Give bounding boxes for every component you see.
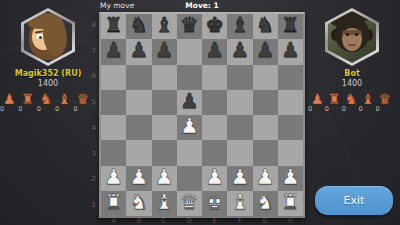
board-cell-h2[interactable]: ♟ (278, 166, 303, 191)
white-rook-piece: ♜ (104, 192, 123, 213)
avatar-left (21, 8, 75, 66)
board-cell-f5[interactable] (227, 90, 252, 115)
white-pawn-piece: ♟ (129, 167, 148, 188)
black-knight-piece: ♞ (129, 15, 148, 36)
white-bishop-piece: ♝ (230, 192, 249, 213)
board-cell-d7[interactable] (177, 39, 202, 64)
player-card-right: Bot 1400 (304, 8, 400, 88)
capture-count-badge: 0 (359, 106, 363, 113)
board-cell-c3[interactable] (152, 140, 177, 165)
board-cell-d1[interactable]: ♛ (177, 191, 202, 216)
capture-count-badge: 0 (325, 106, 329, 113)
capture-count-badge: 0 (73, 106, 77, 113)
board-cell-f4[interactable] (227, 115, 252, 140)
board-cell-d8[interactable]: ♛ (177, 14, 202, 39)
board-cell-a8[interactable]: ♜ (101, 14, 126, 39)
captured-rook-left: ♜0 (21, 92, 34, 106)
captured-tray-right: ♟0♜0♞0♝0♛0 (311, 92, 391, 106)
board-cell-g5[interactable] (253, 90, 278, 115)
board-cell-h8[interactable]: ♜ (278, 14, 303, 39)
board-cell-h1[interactable]: ♜ (278, 191, 303, 216)
captured-pawn-right: ♟0 (311, 92, 324, 106)
file-label-g: G (253, 217, 278, 225)
file-label-h: H (278, 217, 303, 225)
board-cell-b1[interactable]: ♞ (126, 191, 151, 216)
white-queen-piece: ♛ (180, 192, 199, 213)
board-cell-e8[interactable]: ♚ (202, 14, 227, 39)
black-pawn-piece: ♟ (281, 40, 300, 61)
board-cell-h7[interactable]: ♟ (278, 39, 303, 64)
board-cell-f1[interactable]: ♝ (227, 191, 252, 216)
board-cell-d6[interactable] (177, 65, 202, 90)
game-screen: My move Move: 1 87654321 ♜♞♝♛♚♝♞♜♟♟♟♟♟♟♟… (0, 0, 400, 225)
captured-rook-right: ♜0 (328, 92, 341, 106)
board-cell-g1[interactable]: ♞ (253, 191, 278, 216)
rank-label-3: 3 (84, 141, 96, 167)
black-king-piece: ♚ (205, 15, 224, 36)
capture-count-badge: 0 (308, 106, 312, 113)
board-cell-a5[interactable] (101, 90, 126, 115)
board-cell-c1[interactable]: ♝ (152, 191, 177, 216)
board-cell-g8[interactable]: ♞ (253, 14, 278, 39)
black-pawn-piece: ♟ (104, 40, 123, 61)
board-cell-g2[interactable]: ♟ (253, 166, 278, 191)
board-cell-e7[interactable]: ♟ (202, 39, 227, 64)
player-rating-right: 1400 (304, 79, 400, 88)
board-cell-c8[interactable]: ♝ (152, 14, 177, 39)
black-rook-piece: ♜ (104, 15, 123, 36)
black-pawn-piece: ♟ (129, 40, 148, 61)
captured-bishop-right: ♝0 (362, 92, 375, 106)
board-cell-a1[interactable]: ♜ (101, 191, 126, 216)
white-pawn-piece: ♟ (180, 116, 199, 137)
white-rook-piece: ♜ (281, 192, 300, 213)
player-rating-left: 1400 (0, 79, 96, 88)
board-cell-a4[interactable] (101, 115, 126, 140)
black-pawn-piece: ♟ (230, 40, 249, 61)
black-rook-piece: ♜ (281, 15, 300, 36)
white-pawn-piece: ♟ (256, 167, 275, 188)
board-cell-c6[interactable] (152, 65, 177, 90)
board-cell-b2[interactable]: ♟ (126, 166, 151, 191)
board-cell-b5[interactable] (126, 90, 151, 115)
captured-queen-left: ♛0 (76, 92, 89, 106)
black-queen-piece: ♛ (180, 15, 199, 36)
exit-button[interactable]: Exit (315, 186, 393, 215)
black-pawn-piece: ♟ (180, 91, 199, 112)
file-label-e: E (202, 217, 227, 225)
capture-count-badge: 0 (375, 106, 379, 113)
black-bishop-piece: ♝ (155, 15, 174, 36)
board-cell-h6[interactable] (278, 65, 303, 90)
file-label-d: D (177, 217, 202, 225)
avatar-right (325, 8, 379, 66)
capture-count-badge: 0 (0, 106, 4, 113)
rank-label-1: 1 (84, 192, 96, 218)
board-cell-c5[interactable] (152, 90, 177, 115)
board-cell-f6[interactable] (227, 65, 252, 90)
board-cell-e5[interactable] (202, 90, 227, 115)
board-cell-c7[interactable]: ♟ (152, 39, 177, 64)
board-cell-g6[interactable] (253, 65, 278, 90)
white-knight-piece: ♞ (129, 192, 148, 213)
file-label-f: F (227, 217, 252, 225)
file-label-c: C (152, 217, 177, 225)
board-cell-d2[interactable] (177, 166, 202, 191)
capture-count-badge: 0 (55, 106, 59, 113)
player-name-left: Magik352 (RU) (0, 69, 96, 78)
capture-count-badge: 0 (342, 106, 346, 113)
board-cell-f8[interactable]: ♝ (227, 14, 252, 39)
board-cell-g4[interactable] (253, 115, 278, 140)
board-cell-c2[interactable]: ♟ (152, 166, 177, 191)
board-cell-c4[interactable] (152, 115, 177, 140)
captured-bishop-left: ♝0 (58, 92, 71, 106)
white-pawn-piece: ♟ (104, 167, 123, 188)
white-pawn-piece: ♟ (205, 167, 224, 188)
rank-label-4: 4 (84, 115, 96, 141)
captured-queen-right: ♛0 (378, 92, 391, 106)
board-cell-h3[interactable] (278, 140, 303, 165)
board-cell-e3[interactable] (202, 140, 227, 165)
file-label-a: A (101, 217, 126, 225)
capture-count-badge: 0 (18, 106, 22, 113)
file-labels: ABCDEFGH (101, 217, 303, 225)
board-cell-a7[interactable]: ♟ (101, 39, 126, 64)
white-pawn-piece: ♟ (281, 167, 300, 188)
cartoon-girl-avatar-image (24, 11, 72, 63)
board-cell-b4[interactable] (126, 115, 151, 140)
board-cell-f7[interactable]: ♟ (227, 39, 252, 64)
chimpanzee-avatar-image (328, 11, 376, 63)
black-pawn-piece: ♟ (155, 40, 174, 61)
white-knight-piece: ♞ (256, 192, 275, 213)
board-cell-b7[interactable]: ♟ (126, 39, 151, 64)
board-cell-h5[interactable] (278, 90, 303, 115)
file-label-b: B (126, 217, 151, 225)
board-cell-d3[interactable] (177, 140, 202, 165)
board-cell-b3[interactable] (126, 140, 151, 165)
board-cell-a2[interactable]: ♟ (101, 166, 126, 191)
black-pawn-piece: ♟ (205, 40, 224, 61)
board-cell-f3[interactable] (227, 140, 252, 165)
capture-count-badge: 0 (37, 106, 41, 113)
board-cell-b6[interactable] (126, 65, 151, 90)
player-name-right: Bot (304, 69, 400, 78)
white-king-piece: ♚ (205, 192, 224, 213)
captured-knight-left: ♞0 (40, 92, 53, 106)
board: ♜♞♝♛♚♝♞♜♟♟♟♟♟♟♟♟♟♟♟♟♟♟♟♟♜♞♝♛♚♝♞♜ (99, 12, 305, 218)
board-cell-g7[interactable]: ♟ (253, 39, 278, 64)
captured-tray-left: ♟0♜0♞0♝0♛0 (3, 92, 89, 106)
captured-knight-right: ♞0 (345, 92, 358, 106)
board-cell-e2[interactable]: ♟ (202, 166, 227, 191)
rank-label-2: 2 (84, 167, 96, 193)
board-cell-d4[interactable]: ♟ (177, 115, 202, 140)
board-cell-e6[interactable] (202, 65, 227, 90)
captured-pawn-left: ♟0 (3, 92, 16, 106)
board-cell-e4[interactable] (202, 115, 227, 140)
board-cell-h4[interactable] (278, 115, 303, 140)
player-card-left: Magik352 (RU) 1400 (0, 8, 96, 88)
black-bishop-piece: ♝ (230, 15, 249, 36)
white-pawn-piece: ♟ (230, 167, 249, 188)
board-cell-f2[interactable]: ♟ (227, 166, 252, 191)
board-cell-b8[interactable]: ♞ (126, 14, 151, 39)
move-counter: Move: 1 (99, 1, 305, 10)
board-cell-a6[interactable] (101, 65, 126, 90)
board-cell-a3[interactable] (101, 140, 126, 165)
board-cell-g3[interactable] (253, 140, 278, 165)
board-cell-d5[interactable]: ♟ (177, 90, 202, 115)
black-pawn-piece: ♟ (256, 40, 275, 61)
board-cell-e1[interactable]: ♚ (202, 191, 227, 216)
black-knight-piece: ♞ (256, 15, 275, 36)
white-pawn-piece: ♟ (155, 167, 174, 188)
white-bishop-piece: ♝ (155, 192, 174, 213)
